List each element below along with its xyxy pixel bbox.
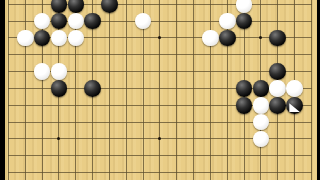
- black-stone: [68, 0, 85, 13]
- black-stone: [269, 30, 286, 47]
- white-stone: [135, 13, 152, 30]
- white-stone: [269, 80, 286, 97]
- white-stone: [202, 30, 219, 47]
- white-stone: [253, 114, 270, 131]
- black-stone: [236, 13, 253, 30]
- black-stone: [253, 80, 270, 97]
- grid-horizontal-line: [8, 172, 312, 173]
- black-stone: [84, 13, 101, 30]
- black-stone: [269, 63, 286, 80]
- white-stone: [253, 97, 270, 114]
- grid-vertical-line: [25, 0, 26, 180]
- black-stone: [269, 97, 286, 114]
- white-stone: [253, 131, 270, 148]
- black-stone: [236, 97, 253, 114]
- white-stone: [219, 13, 236, 30]
- white-stone: [51, 63, 68, 80]
- white-stone: [286, 80, 303, 97]
- grid-vertical-line: [8, 0, 9, 180]
- grid-horizontal-line: [8, 54, 312, 55]
- white-stone: [51, 30, 68, 47]
- letterbox-left-bar: [0, 0, 5, 180]
- white-stone: [34, 63, 51, 80]
- grid-vertical-line: [126, 0, 127, 180]
- grid-vertical-line: [109, 0, 110, 180]
- grid-vertical-line: [193, 0, 194, 180]
- video-frame: [0, 0, 320, 180]
- white-stone: [68, 13, 85, 30]
- black-stone: [51, 0, 68, 13]
- grid-vertical-line: [159, 0, 160, 180]
- grid-horizontal-line: [8, 155, 312, 156]
- black-stone: [34, 30, 51, 47]
- black-stone: [236, 80, 253, 97]
- black-stone: [51, 13, 68, 30]
- white-stone: [236, 0, 253, 13]
- white-stone: [68, 30, 85, 47]
- white-stone: [34, 13, 51, 30]
- triangle-marker-icon: [286, 97, 303, 114]
- white-stone: [17, 30, 34, 47]
- black-stone: [84, 80, 101, 97]
- grid-vertical-line: [210, 0, 211, 180]
- black-stone: [101, 0, 118, 13]
- grid-vertical-line: [311, 0, 312, 180]
- grid-vertical-line: [176, 0, 177, 180]
- black-stone-last-move: [286, 97, 303, 114]
- black-stone: [219, 30, 236, 47]
- go-board[interactable]: [5, 0, 317, 180]
- black-stone: [51, 80, 68, 97]
